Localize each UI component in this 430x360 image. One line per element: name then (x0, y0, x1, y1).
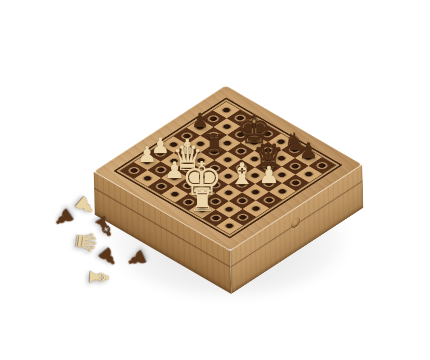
peg-hole (236, 165, 246, 171)
peg-hole (209, 149, 219, 155)
peg-hole (277, 172, 287, 178)
square-c1[interactable] (148, 178, 175, 195)
square-e4[interactable] (215, 168, 242, 185)
peg-hole (184, 199, 194, 205)
square-h4[interactable] (256, 192, 283, 209)
peg-hole (291, 180, 301, 186)
square-b1[interactable] (134, 170, 161, 187)
peg-hole (224, 190, 234, 196)
square-g2[interactable] (216, 201, 243, 218)
drawer-pull-notch[interactable] (291, 215, 300, 230)
peg-hole (303, 155, 313, 161)
peg-hole (156, 183, 166, 189)
square-f4[interactable] (228, 176, 255, 193)
loose-piece-dark-pawn[interactable]: ♟ (49, 204, 78, 233)
square-h7[interactable] (295, 166, 322, 183)
peg-hole (237, 181, 247, 187)
square-d2[interactable] (175, 177, 202, 194)
square-f5[interactable] (242, 167, 269, 184)
peg-hole (170, 175, 180, 181)
peg-hole (182, 133, 192, 139)
loose-piece-light-queen[interactable]: ♛ (71, 228, 101, 255)
peg-hole (208, 116, 218, 122)
peg-hole (249, 139, 259, 145)
peg-hole (250, 156, 260, 162)
square-h5[interactable] (269, 183, 296, 200)
square-g4[interactable] (242, 184, 269, 201)
peg-hole (263, 147, 273, 153)
square-h3[interactable] (243, 200, 270, 217)
peg-hole (238, 214, 248, 220)
peg-hole (196, 141, 206, 147)
square-f3[interactable] (215, 185, 242, 202)
peg-hole (290, 147, 300, 153)
peg-hole (183, 183, 193, 189)
square-h1[interactable] (216, 218, 243, 235)
square-e1[interactable] (175, 194, 202, 211)
peg-hole (223, 157, 233, 163)
peg-hole (264, 180, 274, 186)
peg-hole (169, 142, 179, 148)
peg-hole (183, 166, 193, 172)
peg-hole (222, 107, 232, 113)
peg-hole (222, 124, 232, 130)
peg-hole (156, 167, 166, 173)
peg-hole (251, 189, 261, 195)
peg-hole (225, 223, 235, 229)
peg-hole (304, 171, 314, 177)
peg-hole (196, 157, 206, 163)
chess-box (94, 85, 363, 250)
peg-hole (224, 206, 234, 212)
square-e2[interactable] (188, 185, 215, 202)
square-e3[interactable] (202, 177, 229, 194)
peg-hole (236, 132, 246, 138)
peg-hole (196, 174, 206, 180)
square-f2[interactable] (202, 193, 229, 210)
peg-hole (277, 155, 287, 161)
peg-hole (317, 162, 327, 168)
peg-hole (237, 198, 247, 204)
peg-hole (210, 198, 220, 204)
square-d1[interactable] (161, 186, 188, 203)
square-g1[interactable] (202, 210, 229, 227)
peg-hole (197, 207, 207, 213)
peg-hole (263, 164, 273, 170)
peg-hole (210, 165, 220, 171)
square-f1[interactable] (189, 202, 216, 219)
square-h6[interactable] (282, 175, 309, 192)
peg-hole (143, 175, 153, 181)
peg-hole (155, 150, 165, 156)
chess-set-photo: ♞♟♚♛♜♟♟♝♟♛♟♟♟♚♜ ♟♟♝♛♟♟♝ (0, 0, 430, 360)
peg-hole (142, 159, 152, 165)
square-g5[interactable] (255, 175, 282, 192)
square-c2[interactable] (161, 169, 188, 186)
square-g3[interactable] (229, 192, 256, 209)
peg-hole (222, 140, 232, 146)
square-d3[interactable] (188, 169, 215, 186)
peg-hole (236, 148, 246, 154)
peg-hole (251, 206, 261, 212)
peg-hole (197, 190, 207, 196)
peg-hole (250, 173, 260, 179)
loose-piece-light-bishop[interactable]: ♝ (85, 265, 112, 290)
peg-hole (170, 191, 180, 197)
peg-hole (264, 197, 274, 203)
peg-hole (262, 131, 272, 137)
peg-hole (235, 115, 245, 121)
peg-hole (209, 132, 219, 138)
peg-hole (211, 215, 221, 221)
peg-hole (195, 124, 205, 130)
peg-hole (182, 149, 192, 155)
peg-hole (223, 173, 233, 179)
peg-hole (249, 123, 259, 129)
peg-hole (290, 163, 300, 169)
square-h2[interactable] (229, 209, 256, 226)
peg-hole (210, 182, 220, 188)
peg-hole (277, 188, 287, 194)
peg-hole (276, 139, 286, 145)
square-g6[interactable] (269, 167, 296, 184)
peg-hole (169, 158, 179, 164)
peg-hole (129, 167, 139, 173)
